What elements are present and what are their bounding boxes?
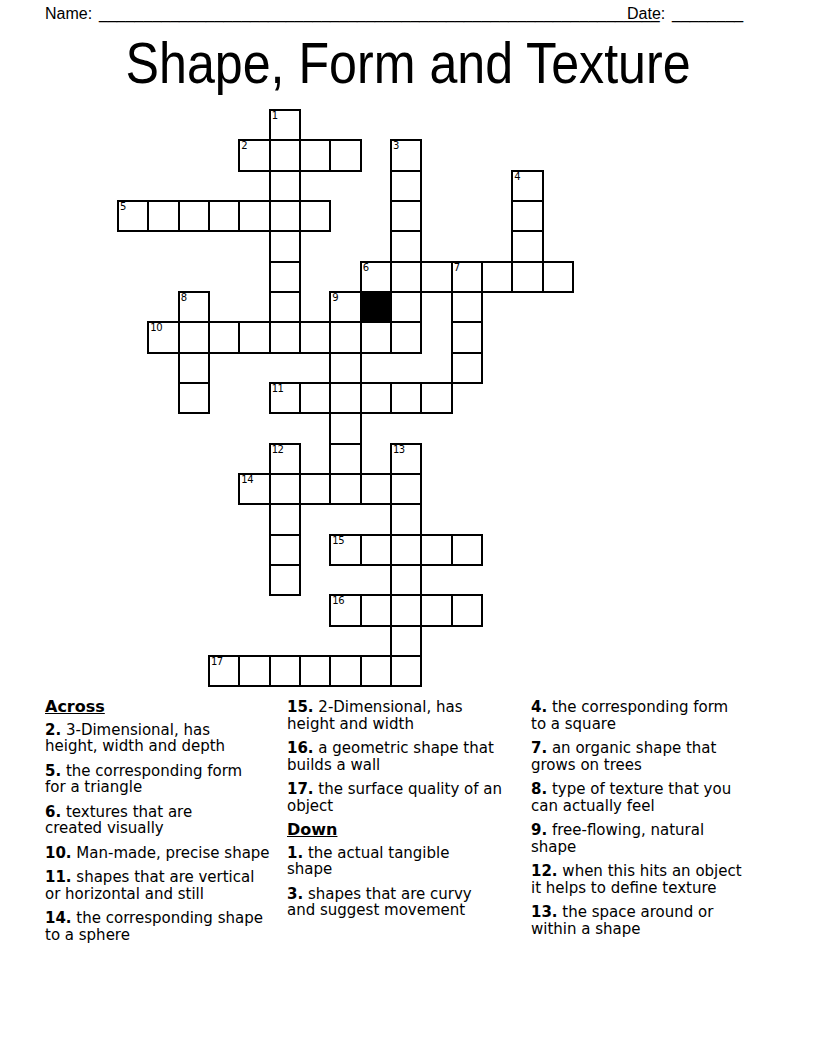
clue-number-label: 5. [45,762,61,780]
clue-down-13: 13. the space around or within a shape [531,904,742,937]
grid-cell[interactable] [270,474,300,504]
clue-number-label: 6. [45,803,61,821]
date-label: Date: [627,5,665,23]
grid-cell[interactable] [270,292,300,322]
clue-text: Man-made, precise shape [76,844,269,862]
blocked-cell [361,292,391,322]
clue-number: 6 [363,262,369,274]
grid-cell[interactable]: 5 [118,201,148,231]
clue-number-label: 8. [531,780,547,798]
grid-cell[interactable] [270,140,300,170]
clue-number-label: 12. [531,862,558,880]
grid-cell[interactable] [391,322,421,352]
across-heading: Across [45,699,270,716]
grid-cell[interactable] [361,322,391,352]
grid-cell[interactable] [179,383,209,413]
clue-text: type of texture that you can actually fe… [531,780,731,815]
clue-across-5: 5. the corresponding form for a triangle [45,763,270,796]
clue-across-17: 17. the surface quality of an object [287,781,502,814]
grid-cell[interactable] [270,262,300,292]
clue-text: textures that are created visually [45,803,192,838]
grid-cell[interactable] [391,656,421,686]
clue-down-12: 12. when this hits an object it helps to… [531,863,742,896]
grid-cell[interactable] [330,444,360,474]
grid-cell[interactable] [512,201,542,231]
grid-cell[interactable]: 14 [239,474,269,504]
grid-cell[interactable] [391,231,421,261]
clues-column-1: Across 2. 3-Dimensional, has height, wid… [45,699,270,951]
clue-number: 1 [272,110,278,122]
grid-cell[interactable]: 12 [270,444,300,474]
clue-number: 9 [332,292,338,304]
grid-cell[interactable] [391,171,421,201]
grid-cell[interactable] [452,595,482,625]
grid-cell[interactable] [330,413,360,443]
grid-cell[interactable] [300,656,330,686]
name-label: Name: [45,5,92,23]
name-blank-line[interactable]: ________________________________________… [99,5,660,23]
grid-cell[interactable] [300,140,330,170]
grid-cell[interactable] [391,262,421,292]
grid-cell[interactable]: 17 [209,656,239,686]
grid-cell[interactable] [361,535,391,565]
clue-text: shapes that are vertical or horizontal a… [45,868,254,903]
clue-number-label: 4. [531,698,547,716]
grid-cell[interactable] [179,322,209,352]
grid-cell[interactable] [512,231,542,261]
clue-number: 3 [393,140,399,152]
grid-cell[interactable] [330,140,360,170]
clue-across-2: 2. 3-Dimensional, has height, width and … [45,722,270,755]
grid-cell[interactable] [391,535,421,565]
grid-cell[interactable] [543,262,573,292]
grid-cell[interactable] [361,474,391,504]
grid-cell[interactable] [391,626,421,656]
page-title: Shape, Form and Texture [125,31,690,95]
clue-across-10: 10. Man-made, precise shape [45,845,270,862]
grid-cell[interactable] [330,353,360,383]
grid-cell[interactable] [209,322,239,352]
grid-cell[interactable] [239,201,269,231]
grid-cell[interactable] [179,353,209,383]
clue-number-label: 16. [287,739,314,757]
grid-cell[interactable] [300,474,330,504]
grid-cell[interactable] [391,504,421,534]
grid-cell[interactable] [330,656,360,686]
grid-cell[interactable] [300,383,330,413]
clue-number-label: 10. [45,844,72,862]
grid-cell[interactable]: 8 [179,292,209,322]
grid-cell[interactable] [300,201,330,231]
clue-text: a geometric shape that builds a wall [287,739,494,774]
clue-across-6: 6. textures that are created visually [45,804,270,837]
grid-cell[interactable]: 1 [270,110,300,140]
grid-cell[interactable] [452,353,482,383]
grid-cell[interactable] [391,292,421,322]
clue-number: 15 [332,535,344,547]
grid-cell[interactable] [391,201,421,231]
clue-number-label: 15. [287,698,314,716]
grid-cell[interactable]: 13 [391,444,421,474]
grid-cell[interactable]: 2 [239,140,269,170]
clue-text: free-flowing, natural shape [531,821,704,856]
grid-cell[interactable]: 16 [330,595,360,625]
grid-cell[interactable]: 15 [330,535,360,565]
grid-cell[interactable] [270,565,300,595]
clue-number: 4 [514,171,520,183]
clue-text: shapes that are curvy and suggest moveme… [287,885,472,920]
grid-cell[interactable] [330,474,360,504]
grid-cell[interactable] [391,474,421,504]
clue-number-label: 9. [531,821,547,839]
grid-cell[interactable] [239,656,269,686]
clue-text: 2-Dimensional, has height and width [287,698,462,733]
clue-down-9: 9. free-flowing, natural shape [531,822,742,855]
grid-cell[interactable]: 6 [361,262,391,292]
grid-cell[interactable]: 7 [452,262,482,292]
clue-across-14: 14. the corresponding shape to a sphere [45,910,270,943]
grid-cell[interactable] [148,201,178,231]
grid-cell[interactable] [270,656,300,686]
grid-cell[interactable] [361,383,391,413]
grid-cell[interactable]: 10 [148,322,178,352]
grid-cell[interactable] [391,383,421,413]
grid-cell[interactable] [270,171,300,201]
clue-text: the actual tangible shape [287,844,449,879]
clue-text: the corresponding form to a square [531,698,728,733]
clue-number: 13 [393,444,405,456]
clue-across-15: 15. 2-Dimensional, has height and width [287,699,502,732]
clue-text: an organic shape that grows on trees [531,739,716,774]
clue-down-3: 3. shapes that are curvy and suggest mov… [287,886,502,919]
clue-number: 7 [454,262,460,274]
clue-number-label: 2. [45,721,61,739]
grid-cell[interactable] [209,201,239,231]
date-blank-line[interactable]: ________ [672,5,743,23]
clue-number: 8 [181,292,187,304]
clue-down-4: 4. the corresponding form to a square [531,699,742,732]
grid-cell[interactable] [270,322,300,352]
grid-cell[interactable] [421,383,451,413]
worksheet-page: { "header": { "name_label": "Name:", "na… [0,0,816,1056]
grid-cell[interactable] [391,595,421,625]
clue-text: the corresponding form for a triangle [45,762,242,797]
clue-number: 10 [150,322,162,334]
clue-number: 5 [120,201,126,213]
grid-cell[interactable] [300,322,330,352]
grid-cell[interactable] [270,535,300,565]
clue-text: 3-Dimensional, has height, width and dep… [45,721,225,756]
title-wrap: Shape, Form and Texture [0,31,816,95]
clue-text: the surface quality of an object [287,780,502,815]
clue-number: 14 [241,474,253,486]
grid-cell[interactable] [361,595,391,625]
grid-cell[interactable] [452,292,482,322]
down-heading: Down [287,822,502,839]
clue-text: when this hits an object it helps to def… [531,862,742,897]
grid-cell[interactable] [421,595,451,625]
grid-cell[interactable]: 4 [512,171,542,201]
clue-text: the corresponding shape to a sphere [45,909,263,944]
clue-number-label: 7. [531,739,547,757]
grid-cell[interactable]: 3 [391,140,421,170]
grid-cell[interactable]: 9 [330,292,360,322]
grid-cell[interactable] [239,322,269,352]
grid-cell[interactable] [421,535,451,565]
grid-cell[interactable] [512,262,542,292]
clue-number: 11 [272,383,284,395]
grid-cell[interactable] [391,565,421,595]
clue-number: 12 [272,444,284,456]
clues-column-2: 15. 2-Dimensional, has height and width … [287,699,502,927]
clue-number: 2 [241,140,247,152]
grid-cell[interactable] [270,504,300,534]
grid-cell[interactable] [270,231,300,261]
grid-cell[interactable] [452,535,482,565]
crossword-grid: 1234567891011121314151617 [118,110,573,687]
clue-down-7: 7. an organic shape that grows on trees [531,740,742,773]
grid-cell[interactable]: 11 [270,383,300,413]
clue-number-label: 14. [45,909,72,927]
clue-number-label: 3. [287,885,303,903]
grid-cell[interactable] [361,656,391,686]
grid-cell[interactable] [179,201,209,231]
grid-cell[interactable] [452,322,482,352]
clue-number-label: 1. [287,844,303,862]
clue-down-8: 8. type of texture that you can actually… [531,781,742,814]
clue-across-11: 11. shapes that are vertical or horizont… [45,869,270,902]
clue-down-1: 1. the actual tangible shape [287,845,502,878]
grid-cell[interactable] [330,322,360,352]
clue-number: 17 [211,656,223,668]
grid-cell[interactable] [330,383,360,413]
clue-number: 16 [332,595,344,607]
clue-across-16: 16. a geometric shape that builds a wall [287,740,502,773]
grid-cell[interactable] [270,201,300,231]
clue-number-label: 17. [287,780,314,798]
grid-cell[interactable] [482,262,512,292]
clue-number-label: 11. [45,868,72,886]
clues-column-3: 4. the corresponding form to a square 7.… [531,699,742,945]
clue-number-label: 13. [531,903,558,921]
grid-cell[interactable] [421,262,451,292]
clue-text: the space around or within a shape [531,903,713,938]
